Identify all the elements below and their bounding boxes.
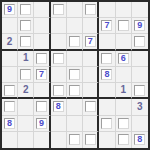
cell-r5c4: [51, 67, 67, 83]
cell-r1c7: [99, 2, 115, 18]
cell-r4c9: [132, 51, 148, 67]
input-box-empty[interactable]: [118, 134, 129, 145]
cell-r6c4: [51, 83, 67, 99]
input-box-empty[interactable]: [101, 53, 112, 64]
input-box-filled[interactable]: 9: [36, 118, 47, 129]
cell-r5c5: [67, 67, 83, 83]
input-box-filled[interactable]: 7: [101, 20, 112, 31]
cell-r9c8: [116, 132, 132, 148]
cell-r6c6: [83, 83, 99, 99]
cell-r2c1: [2, 18, 18, 34]
cell-r9c6: [83, 132, 99, 148]
cell-r5c3: 7: [34, 67, 50, 83]
cell-r9c1: [2, 132, 18, 148]
cell-r2c6: [83, 18, 99, 34]
cell-r6c7: [99, 83, 115, 99]
cell-r3c6: 7: [83, 34, 99, 50]
cell-r5c6: [83, 67, 99, 83]
cell-r3c5: [67, 34, 83, 50]
cell-r9c5: [67, 132, 83, 148]
cell-r9c7: [99, 132, 115, 148]
cell-r7c5: [67, 99, 83, 115]
cell-r2c2: [18, 18, 34, 34]
cell-r1c2: [18, 2, 34, 18]
input-box-empty[interactable]: [69, 85, 80, 96]
input-box-filled[interactable]: 8: [4, 118, 15, 129]
input-box-empty[interactable]: [36, 53, 47, 64]
input-box-empty[interactable]: [85, 4, 96, 15]
cell-r9c2: [18, 132, 34, 148]
input-box-filled[interactable]: 9: [4, 4, 15, 15]
cell-r3c1: 2: [2, 34, 18, 50]
input-box-empty[interactable]: [134, 85, 145, 96]
cell-r7c4: 8: [51, 99, 67, 115]
cell-r8c8: [116, 116, 132, 132]
input-box-empty[interactable]: [85, 101, 96, 112]
cell-r4c2: 1: [18, 51, 34, 67]
cell-r3c8: [116, 34, 132, 50]
cell-r3c9: [132, 34, 148, 50]
input-box-empty[interactable]: [53, 53, 64, 64]
input-box-empty[interactable]: [36, 101, 47, 112]
cell-r9c9: 8: [132, 132, 148, 148]
input-box-empty[interactable]: [20, 69, 31, 80]
cell-r6c5: [67, 83, 83, 99]
cell-r7c2: [18, 99, 34, 115]
input-box-empty[interactable]: [20, 4, 31, 15]
input-box-empty[interactable]: [118, 118, 129, 129]
cell-r7c8: [116, 99, 132, 115]
cell-r5c1: [2, 67, 18, 83]
cell-r8c3: 9: [34, 116, 50, 132]
given-digit: 1: [120, 85, 126, 95]
cell-r5c8: [116, 67, 132, 83]
cell-r7c1: [2, 99, 18, 115]
given-digit: 1: [23, 53, 29, 63]
input-box-empty[interactable]: [4, 101, 15, 112]
cell-r4c5: [67, 51, 83, 67]
cell-r3c3: [34, 34, 50, 50]
cell-r8c9: [132, 116, 148, 132]
input-box-empty[interactable]: [101, 118, 112, 129]
cell-r8c7: [99, 116, 115, 132]
input-box-empty[interactable]: [118, 20, 129, 31]
input-box-filled[interactable]: 8: [134, 134, 145, 145]
cell-r2c4: [51, 18, 67, 34]
cell-r6c8: 1: [116, 83, 132, 99]
cell-r8c4: [51, 116, 67, 132]
cell-r4c8: 6: [116, 51, 132, 67]
cell-r5c9: [132, 67, 148, 83]
input-box-empty[interactable]: [20, 36, 31, 47]
input-box-empty[interactable]: [85, 134, 96, 145]
input-box-filled[interactable]: 8: [53, 101, 64, 112]
input-box-empty[interactable]: [4, 85, 15, 96]
cell-r6c9: [132, 83, 148, 99]
cell-r7c9: 3: [132, 99, 148, 115]
sudoku-board: 9792716782183898: [0, 0, 150, 150]
cell-r7c3: [34, 99, 50, 115]
cell-r9c3: [34, 132, 50, 148]
cell-r1c4: [51, 2, 67, 18]
given-digit: 2: [23, 85, 29, 95]
input-box-empty[interactable]: [53, 85, 64, 96]
input-box-filled[interactable]: 7: [85, 36, 96, 47]
cell-r4c7: [99, 51, 115, 67]
cell-r8c1: 8: [2, 116, 18, 132]
cell-r1c3: [34, 2, 50, 18]
input-box-empty[interactable]: [20, 20, 31, 31]
cell-r8c5: [67, 116, 83, 132]
cell-r7c7: [99, 99, 115, 115]
input-box-empty[interactable]: [69, 134, 80, 145]
cell-r2c7: 7: [99, 18, 115, 34]
input-box-filled[interactable]: 7: [36, 69, 47, 80]
cell-r3c4: [51, 34, 67, 50]
input-box-empty[interactable]: [69, 36, 80, 47]
cell-r1c5: [67, 2, 83, 18]
given-digit: 2: [7, 37, 13, 47]
cell-r1c8: [116, 2, 132, 18]
cell-r6c1: [2, 83, 18, 99]
cell-r8c2: [18, 116, 34, 132]
cell-r6c3: [34, 83, 50, 99]
cell-r5c2: [18, 67, 34, 83]
cell-r8c6: [83, 116, 99, 132]
cell-r1c9: [132, 2, 148, 18]
cell-r2c8: [116, 18, 132, 34]
cell-r4c4: [51, 51, 67, 67]
cell-r5c7: 8: [99, 67, 115, 83]
cell-r4c3: [34, 51, 50, 67]
cell-r2c3: [34, 18, 50, 34]
cell-r9c4: [51, 132, 67, 148]
cell-r3c2: [18, 34, 34, 50]
cell-r2c9: 9: [132, 18, 148, 34]
cell-r6c2: 2: [18, 83, 34, 99]
cell-r3c7: [99, 34, 115, 50]
cell-r2c5: [67, 18, 83, 34]
input-box-empty[interactable]: [134, 36, 145, 47]
cell-r1c6: [83, 2, 99, 18]
cell-r1c1: 9: [2, 2, 18, 18]
input-box-empty[interactable]: [53, 4, 64, 15]
given-digit: 3: [137, 102, 143, 112]
cell-r4c6: [83, 51, 99, 67]
cell-r4c1: [2, 51, 18, 67]
input-box-filled[interactable]: 6: [118, 53, 129, 64]
cell-r7c6: [83, 99, 99, 115]
input-box-filled[interactable]: 8: [101, 69, 112, 80]
input-box-empty[interactable]: [69, 69, 80, 80]
input-box-filled[interactable]: 9: [134, 20, 145, 31]
